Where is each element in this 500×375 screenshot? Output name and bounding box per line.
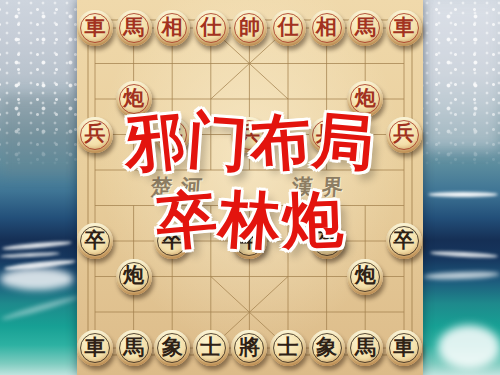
piece-black-advisor[interactable]: 士 <box>193 330 229 366</box>
piece-glyph: 馬 <box>123 17 144 38</box>
piece-black-cannon[interactable]: 炮 <box>347 259 383 295</box>
piece-glyph: 炮 <box>355 265 376 286</box>
piece-red-soldier[interactable]: 兵 <box>386 117 422 153</box>
wave-foam <box>438 325 500 369</box>
piece-glyph: 車 <box>393 17 414 38</box>
piece-black-cannon[interactable]: 炮 <box>116 259 152 295</box>
piece-glyph: 馬 <box>123 337 144 358</box>
piece-glyph: 兵 <box>162 123 183 144</box>
wave-foam <box>1 294 80 322</box>
piece-black-chariot[interactable]: 車 <box>386 330 422 366</box>
piece-black-horse[interactable]: 馬 <box>347 330 383 366</box>
piece-red-soldier[interactable]: 兵 <box>231 117 267 153</box>
piece-black-horse[interactable]: 馬 <box>116 330 152 366</box>
piece-black-soldier[interactable]: 卒 <box>309 223 345 259</box>
piece-glyph: 仕 <box>200 17 221 38</box>
piece-red-soldier[interactable]: 兵 <box>154 117 190 153</box>
piece-red-chariot[interactable]: 車 <box>77 10 113 46</box>
board-border <box>88 20 412 355</box>
piece-red-elephant[interactable]: 相 <box>309 10 345 46</box>
piece-glyph: 馬 <box>355 17 376 38</box>
piece-black-elephant[interactable]: 象 <box>154 330 190 366</box>
piece-red-soldier[interactable]: 兵 <box>309 117 345 153</box>
piece-red-chariot[interactable]: 車 <box>386 10 422 46</box>
sun-glitter <box>428 192 498 197</box>
piece-glyph: 炮 <box>123 88 144 109</box>
piece-glyph: 卒 <box>239 230 260 251</box>
piece-glyph: 卒 <box>162 230 183 251</box>
piece-glyph: 兵 <box>239 123 260 144</box>
river-label-chu-he: 楚河 <box>150 173 212 201</box>
piece-glyph: 將 <box>239 337 260 358</box>
piece-glyph: 兵 <box>393 123 414 144</box>
piece-red-elephant[interactable]: 相 <box>154 10 190 46</box>
wave-foam <box>0 268 74 290</box>
board-grid <box>77 0 423 375</box>
piece-black-soldier[interactable]: 卒 <box>154 223 190 259</box>
river-label-han-jie: 漢界 <box>291 173 353 201</box>
piece-black-soldier[interactable]: 卒 <box>77 223 113 259</box>
wave-foam <box>430 250 498 259</box>
piece-red-soldier[interactable]: 兵 <box>77 117 113 153</box>
piece-glyph: 卒 <box>393 230 414 251</box>
piece-black-advisor[interactable]: 士 <box>270 330 306 366</box>
piece-glyph: 象 <box>162 337 183 358</box>
piece-glyph: 象 <box>316 337 337 358</box>
xiangqi-board: 楚河 漢界 車馬相仕帥仕相馬車炮炮兵兵兵兵兵卒卒卒卒卒炮炮車馬象士將士象馬車 <box>77 0 423 375</box>
piece-glyph: 車 <box>393 337 414 358</box>
piece-glyph: 卒 <box>316 230 337 251</box>
piece-red-cannon[interactable]: 炮 <box>347 81 383 117</box>
piece-glyph: 車 <box>85 337 106 358</box>
piece-glyph: 士 <box>278 337 299 358</box>
piece-glyph: 炮 <box>355 88 376 109</box>
piece-red-cannon[interactable]: 炮 <box>116 81 152 117</box>
piece-glyph: 士 <box>200 337 221 358</box>
piece-black-elephant[interactable]: 象 <box>309 330 345 366</box>
piece-glyph: 相 <box>316 17 337 38</box>
wave-foam <box>0 251 60 258</box>
piece-red-advisor[interactable]: 仕 <box>270 10 306 46</box>
piece-red-horse[interactable]: 馬 <box>116 10 152 46</box>
piece-glyph: 馬 <box>355 337 376 358</box>
grid-lines <box>95 28 404 348</box>
wave-foam <box>2 240 72 251</box>
piece-glyph: 相 <box>162 17 183 38</box>
piece-glyph: 帥 <box>239 17 260 38</box>
piece-black-soldier[interactable]: 卒 <box>386 223 422 259</box>
piece-red-horse[interactable]: 馬 <box>347 10 383 46</box>
page: 楚河 漢界 車馬相仕帥仕相馬車炮炮兵兵兵兵兵卒卒卒卒卒炮炮車馬象士將士象馬車 邪… <box>0 0 500 375</box>
piece-glyph: 車 <box>85 17 106 38</box>
wave-foam <box>423 271 500 281</box>
piece-glyph: 仕 <box>278 17 299 38</box>
piece-red-advisor[interactable]: 仕 <box>193 10 229 46</box>
piece-black-chariot[interactable]: 車 <box>77 330 113 366</box>
piece-glyph: 兵 <box>85 123 106 144</box>
piece-glyph: 兵 <box>316 123 337 144</box>
piece-glyph: 卒 <box>85 230 106 251</box>
piece-glyph: 炮 <box>123 265 144 286</box>
